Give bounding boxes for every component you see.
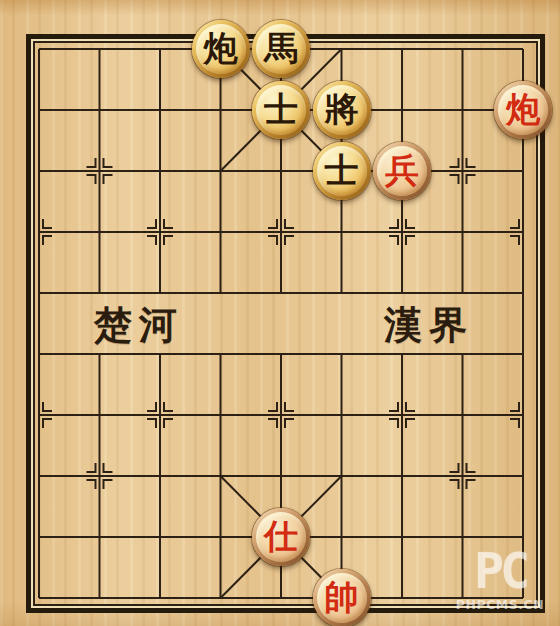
piece-face: 馬 [256, 24, 306, 74]
piece-black-cannon[interactable]: 炮 [192, 20, 250, 78]
piece-face: 炮 [196, 24, 246, 74]
piece-black-advisor[interactable]: 士 [313, 142, 371, 200]
piece-character: 仕 [264, 519, 298, 553]
piece-character: 兵 [385, 153, 419, 187]
piece-character: 帥 [325, 580, 359, 614]
piece-character: 士 [325, 153, 359, 187]
piece-red-advisor[interactable]: 仕 [252, 508, 310, 566]
piece-face: 兵 [377, 146, 427, 196]
piece-black-advisor[interactable]: 士 [252, 81, 310, 139]
piece-face: 帥 [317, 573, 367, 623]
piece-character: 士 [264, 92, 298, 126]
piece-red-cannon[interactable]: 炮 [494, 81, 552, 139]
piece-character: 炮 [204, 31, 238, 65]
piece-face: 仕 [256, 512, 306, 562]
piece-face: 將 [317, 85, 367, 135]
piece-character: 將 [325, 92, 359, 126]
xiangqi-board-screen: 楚河 漢界 炮馬士將士炮兵仕帥 PC PHPCMS.CN [0, 0, 560, 626]
piece-black-horse[interactable]: 馬 [252, 20, 310, 78]
board-grid[interactable]: 炮馬士將士炮兵仕帥 [9, 19, 554, 626]
piece-character: 馬 [264, 31, 298, 65]
piece-face: 炮 [498, 85, 548, 135]
piece-black-general[interactable]: 將 [313, 81, 371, 139]
piece-face: 士 [317, 146, 367, 196]
piece-red-soldier[interactable]: 兵 [373, 142, 431, 200]
piece-character: 炮 [506, 92, 540, 126]
piece-red-general[interactable]: 帥 [313, 569, 371, 626]
piece-face: 士 [256, 85, 306, 135]
